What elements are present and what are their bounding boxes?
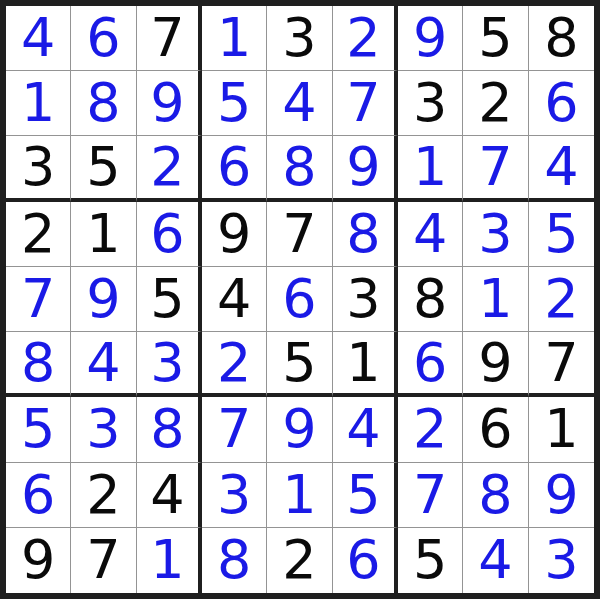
cell-r4c5[interactable]: 7	[267, 202, 332, 267]
cell-r8c2[interactable]: 2	[71, 463, 136, 528]
cell-r6c1[interactable]: 8	[6, 332, 71, 397]
cell-r7c4[interactable]: 7	[202, 397, 267, 462]
cell-r6c9[interactable]: 7	[529, 332, 594, 397]
cell-r9c8[interactable]: 4	[463, 528, 528, 593]
cell-r6c3[interactable]: 3	[137, 332, 202, 397]
cell-r7c7[interactable]: 2	[398, 397, 463, 462]
cell-r7c3[interactable]: 8	[137, 397, 202, 462]
cell-r6c2[interactable]: 4	[71, 332, 136, 397]
cell-r2c1[interactable]: 1	[6, 71, 71, 136]
cell-r3c8[interactable]: 7	[463, 136, 528, 201]
cell-r7c9[interactable]: 1	[529, 397, 594, 462]
cell-r9c4[interactable]: 8	[202, 528, 267, 593]
cell-r8c7[interactable]: 7	[398, 463, 463, 528]
cell-r8c8[interactable]: 8	[463, 463, 528, 528]
cell-r3c9[interactable]: 4	[529, 136, 594, 201]
cell-r2c3[interactable]: 9	[137, 71, 202, 136]
cell-r5c6[interactable]: 3	[333, 267, 398, 332]
cell-r3c3[interactable]: 2	[137, 136, 202, 201]
cell-r8c4[interactable]: 3	[202, 463, 267, 528]
cell-r5c5[interactable]: 6	[267, 267, 332, 332]
cell-r2c2[interactable]: 8	[71, 71, 136, 136]
cell-r9c6[interactable]: 6	[333, 528, 398, 593]
cell-r3c4[interactable]: 6	[202, 136, 267, 201]
cell-r4c6[interactable]: 8	[333, 202, 398, 267]
cell-r6c5[interactable]: 5	[267, 332, 332, 397]
cell-r5c3[interactable]: 5	[137, 267, 202, 332]
cell-r1c1[interactable]: 4	[6, 6, 71, 71]
cell-r5c7[interactable]: 8	[398, 267, 463, 332]
cell-r6c4[interactable]: 2	[202, 332, 267, 397]
cell-r7c2[interactable]: 3	[71, 397, 136, 462]
cell-r2c6[interactable]: 7	[333, 71, 398, 136]
cell-r5c8[interactable]: 1	[463, 267, 528, 332]
cell-r9c2[interactable]: 7	[71, 528, 136, 593]
cell-r1c9[interactable]: 8	[529, 6, 594, 71]
cell-r1c5[interactable]: 3	[267, 6, 332, 71]
cell-r1c3[interactable]: 7	[137, 6, 202, 71]
cell-r9c7[interactable]: 5	[398, 528, 463, 593]
cell-r5c4[interactable]: 4	[202, 267, 267, 332]
cell-r2c9[interactable]: 6	[529, 71, 594, 136]
cell-r5c1[interactable]: 7	[6, 267, 71, 332]
cell-r9c5[interactable]: 2	[267, 528, 332, 593]
cell-r2c7[interactable]: 3	[398, 71, 463, 136]
cell-r9c3[interactable]: 1	[137, 528, 202, 593]
cell-r4c3[interactable]: 6	[137, 202, 202, 267]
cell-r7c6[interactable]: 4	[333, 397, 398, 462]
cell-r5c9[interactable]: 2	[529, 267, 594, 332]
cell-r4c2[interactable]: 1	[71, 202, 136, 267]
cell-r9c9[interactable]: 3	[529, 528, 594, 593]
cell-r7c5[interactable]: 9	[267, 397, 332, 462]
cell-r2c4[interactable]: 5	[202, 71, 267, 136]
cell-r8c3[interactable]: 4	[137, 463, 202, 528]
cell-r1c6[interactable]: 2	[333, 6, 398, 71]
cell-r8c9[interactable]: 9	[529, 463, 594, 528]
cell-r5c2[interactable]: 9	[71, 267, 136, 332]
cell-r2c5[interactable]: 4	[267, 71, 332, 136]
cell-r1c8[interactable]: 5	[463, 6, 528, 71]
cell-r3c7[interactable]: 1	[398, 136, 463, 201]
cell-r6c8[interactable]: 9	[463, 332, 528, 397]
cell-r1c7[interactable]: 9	[398, 6, 463, 71]
cell-r1c2[interactable]: 6	[71, 6, 136, 71]
cell-r7c1[interactable]: 5	[6, 397, 71, 462]
cell-r8c5[interactable]: 1	[267, 463, 332, 528]
cell-r8c1[interactable]: 6	[6, 463, 71, 528]
cell-r4c4[interactable]: 9	[202, 202, 267, 267]
cell-r4c9[interactable]: 5	[529, 202, 594, 267]
cell-r6c6[interactable]: 1	[333, 332, 398, 397]
cell-r7c8[interactable]: 6	[463, 397, 528, 462]
cell-r8c6[interactable]: 5	[333, 463, 398, 528]
cell-r3c5[interactable]: 8	[267, 136, 332, 201]
cell-r2c8[interactable]: 2	[463, 71, 528, 136]
cell-r9c1[interactable]: 9	[6, 528, 71, 593]
cell-r3c2[interactable]: 5	[71, 136, 136, 201]
cell-r4c8[interactable]: 3	[463, 202, 528, 267]
cell-r1c4[interactable]: 1	[202, 6, 267, 71]
cell-r4c1[interactable]: 2	[6, 202, 71, 267]
cell-r3c6[interactable]: 9	[333, 136, 398, 201]
cell-r6c7[interactable]: 6	[398, 332, 463, 397]
sudoku-board: 4671329581895473263526891742169784357954…	[0, 0, 600, 599]
cell-r4c7[interactable]: 4	[398, 202, 463, 267]
cell-r3c1[interactable]: 3	[6, 136, 71, 201]
